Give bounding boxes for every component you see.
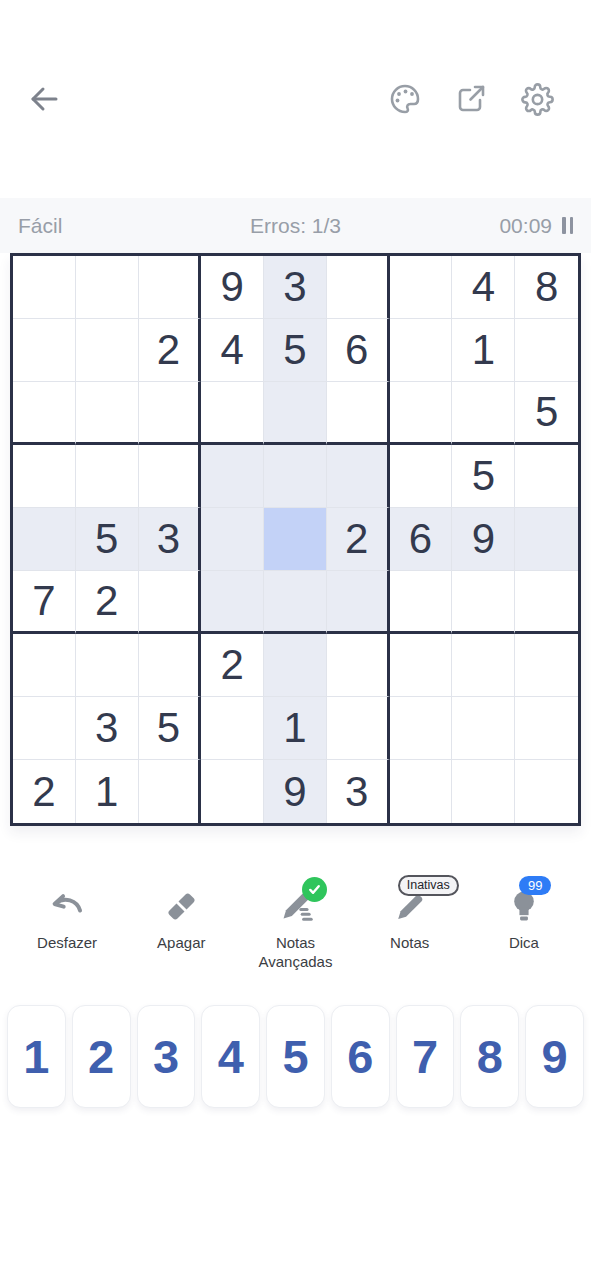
share-icon	[455, 83, 487, 115]
cell-r7c5[interactable]	[264, 634, 327, 697]
cell-r1c6[interactable]	[327, 256, 390, 319]
cell-r5c9[interactable]	[515, 508, 578, 571]
numpad-button-5[interactable]: 5	[266, 1005, 325, 1108]
cell-r8c7[interactable]	[390, 697, 453, 760]
hint-button[interactable]: 99 Dica	[467, 890, 581, 952]
theme-button[interactable]	[387, 81, 423, 117]
cell-r9c3[interactable]	[139, 760, 202, 823]
tool-label: Notas	[390, 933, 429, 952]
cell-r9c1[interactable]: 2	[13, 760, 76, 823]
status-bar: Fácil Erros: 1/3 00:09	[0, 198, 591, 253]
errors-label: Erros: 1/3	[250, 214, 341, 238]
cell-r4c3[interactable]	[139, 445, 202, 508]
cell-r2c5[interactable]: 5	[264, 319, 327, 382]
cell-r4c2[interactable]	[76, 445, 139, 508]
cell-r9c2[interactable]: 1	[76, 760, 139, 823]
cell-r3c1[interactable]	[13, 382, 76, 445]
cell-r8c6[interactable]	[327, 697, 390, 760]
cell-r6c6[interactable]	[327, 571, 390, 634]
cell-r4c6[interactable]	[327, 445, 390, 508]
hint-count-badge: 99	[519, 876, 551, 895]
cell-r3c4[interactable]	[201, 382, 264, 445]
cell-r8c4[interactable]	[201, 697, 264, 760]
cell-r4c9[interactable]	[515, 445, 578, 508]
cell-r7c4[interactable]: 2	[201, 634, 264, 697]
cell-r5c5[interactable]	[264, 508, 327, 571]
eraser-icon	[164, 889, 198, 927]
cell-r3c9[interactable]: 5	[515, 382, 578, 445]
cell-r9c4[interactable]	[201, 760, 264, 823]
cell-r5c7[interactable]: 6	[390, 508, 453, 571]
cell-r6c7[interactable]	[390, 571, 453, 634]
erase-button[interactable]: Apagar	[124, 890, 238, 952]
cell-r3c2[interactable]	[76, 382, 139, 445]
cell-r1c8[interactable]: 4	[452, 256, 515, 319]
cell-r7c6[interactable]	[327, 634, 390, 697]
toolbar: Desfazer Apagar	[0, 890, 591, 971]
cell-r5c8[interactable]: 9	[452, 508, 515, 571]
numpad-button-8[interactable]: 8	[460, 1005, 519, 1108]
cell-r8c1[interactable]	[13, 697, 76, 760]
palette-icon	[388, 82, 422, 116]
cell-r5c6[interactable]: 2	[327, 508, 390, 571]
numpad-button-4[interactable]: 4	[201, 1005, 260, 1108]
cell-r7c2[interactable]	[76, 634, 139, 697]
timer-label: 00:09	[499, 214, 552, 238]
cell-r8c8[interactable]	[452, 697, 515, 760]
cell-r3c5[interactable]	[264, 382, 327, 445]
undo-button[interactable]: Desfazer	[10, 890, 124, 952]
cell-r9c6[interactable]: 3	[327, 760, 390, 823]
cell-r4c7[interactable]	[390, 445, 453, 508]
cell-r6c2[interactable]: 2	[76, 571, 139, 634]
cell-r2c1[interactable]	[13, 319, 76, 382]
cell-r8c5[interactable]: 1	[264, 697, 327, 760]
cell-r2c4[interactable]: 4	[201, 319, 264, 382]
cell-r7c7[interactable]	[390, 634, 453, 697]
numpad-button-2[interactable]: 2	[72, 1005, 131, 1108]
cell-r1c5[interactable]: 3	[264, 256, 327, 319]
back-button[interactable]	[26, 81, 62, 117]
cell-r2c3[interactable]: 2	[139, 319, 202, 382]
cell-r2c2[interactable]	[76, 319, 139, 382]
cell-r8c3[interactable]: 5	[139, 697, 202, 760]
cell-r7c1[interactable]	[13, 634, 76, 697]
cell-r2c9[interactable]	[515, 319, 578, 382]
cell-r2c7[interactable]	[390, 319, 453, 382]
cell-r1c1[interactable]	[13, 256, 76, 319]
cell-r4c5[interactable]	[264, 445, 327, 508]
cell-r2c8[interactable]: 1	[452, 319, 515, 382]
cell-r6c1[interactable]: 7	[13, 571, 76, 634]
numpad-button-1[interactable]: 1	[7, 1005, 66, 1108]
number-pad: 1 2 3 4 5 6 7 8 9	[7, 1005, 584, 1108]
numpad-button-9[interactable]: 9	[525, 1005, 584, 1108]
cell-r1c3[interactable]	[139, 256, 202, 319]
tool-label: Dica	[509, 933, 539, 952]
cell-r7c8[interactable]	[452, 634, 515, 697]
cell-r1c7[interactable]	[390, 256, 453, 319]
undo-icon	[50, 891, 84, 925]
notes-button[interactable]: Inativas Notas	[353, 890, 467, 952]
numpad-button-3[interactable]: 3	[137, 1005, 196, 1108]
cell-r7c3[interactable]	[139, 634, 202, 697]
cell-r5c4[interactable]	[201, 508, 264, 571]
cell-r3c8[interactable]	[452, 382, 515, 445]
difficulty-label: Fácil	[18, 214, 62, 238]
cell-r6c8[interactable]	[452, 571, 515, 634]
cell-r5c1[interactable]	[13, 508, 76, 571]
cell-r9c9[interactable]	[515, 760, 578, 823]
cell-r2c6[interactable]: 6	[327, 319, 390, 382]
app-bar	[0, 78, 591, 120]
advanced-notes-on-badge	[302, 877, 327, 902]
cell-r6c9[interactable]	[515, 571, 578, 634]
settings-button[interactable]	[519, 81, 555, 117]
cell-r6c3[interactable]	[139, 571, 202, 634]
share-button[interactable]	[453, 81, 489, 117]
tool-label: Desfazer	[37, 933, 97, 952]
cell-r6c5[interactable]	[264, 571, 327, 634]
cell-r9c8[interactable]	[452, 760, 515, 823]
numpad-button-6[interactable]: 6	[331, 1005, 390, 1108]
cell-r8c9[interactable]	[515, 697, 578, 760]
cell-r4c4[interactable]	[201, 445, 264, 508]
cell-r1c2[interactable]	[76, 256, 139, 319]
gear-icon	[521, 83, 554, 116]
cell-r7c9[interactable]	[515, 634, 578, 697]
cell-r3c3[interactable]	[139, 382, 202, 445]
cell-r9c7[interactable]	[390, 760, 453, 823]
tool-label: Notas Avançadas	[241, 933, 351, 971]
cell-r1c9[interactable]: 8	[515, 256, 578, 319]
cell-r4c8[interactable]: 5	[452, 445, 515, 508]
cell-r4c1[interactable]	[13, 445, 76, 508]
cell-r8c2[interactable]: 3	[76, 697, 139, 760]
tool-label: Apagar	[157, 933, 205, 952]
cell-r5c2[interactable]: 5	[76, 508, 139, 571]
cell-r1c4[interactable]: 9	[201, 256, 264, 319]
advanced-notes-button[interactable]: Notas Avançadas	[238, 890, 352, 971]
numpad-button-7[interactable]: 7	[396, 1005, 455, 1108]
cell-r5c3[interactable]: 3	[139, 508, 202, 571]
cell-r9c5[interactable]: 9	[264, 760, 327, 823]
cell-r3c7[interactable]	[390, 382, 453, 445]
back-arrow-icon	[26, 81, 62, 117]
cell-r6c4[interactable]	[201, 571, 264, 634]
notes-state-badge: Inativas	[398, 875, 459, 896]
pause-button[interactable]	[562, 217, 573, 234]
cell-r3c6[interactable]	[327, 382, 390, 445]
sudoku-board: 93482456155532697223512193	[10, 253, 581, 826]
